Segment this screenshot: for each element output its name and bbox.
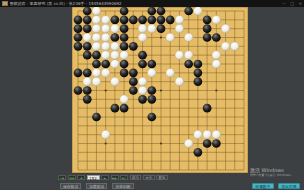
- white-stone: [138, 33, 147, 42]
- app-icon: [2, 1, 8, 7]
- nav-first-button[interactable]: |◄: [58, 175, 66, 181]
- white-stone: [83, 77, 92, 86]
- count-button[interactable]: 申请数子: [252, 183, 274, 189]
- black-stone: [83, 68, 92, 77]
- window-title: 围棋对弈 - 复盘研究 (黑 vs 白) - 第236手 - 154564499…: [10, 0, 278, 7]
- black-stone: [194, 77, 203, 86]
- load-record-button[interactable]: 加载棋谱: [86, 183, 107, 189]
- black-stone: [120, 15, 129, 24]
- black-stone: [74, 33, 83, 42]
- black-stone: [83, 51, 92, 60]
- black-stone: [194, 148, 203, 157]
- white-stone: [166, 68, 175, 77]
- black-stone: [129, 68, 138, 77]
- black-stone: [157, 7, 166, 15]
- minimize-icon[interactable]: —: [282, 0, 286, 7]
- black-stone: [129, 77, 138, 86]
- white-stone: [175, 77, 184, 86]
- star-point: [160, 36, 162, 38]
- white-stone: [212, 15, 221, 24]
- black-stone: [157, 15, 166, 24]
- right-panel: [248, 7, 304, 190]
- black-stone: [120, 33, 129, 42]
- delete-button[interactable]: 删除: [156, 175, 168, 181]
- black-stone: [138, 60, 147, 69]
- black-stone: [166, 15, 175, 24]
- black-stone: [120, 68, 129, 77]
- white-stone: [101, 42, 110, 51]
- white-stone: [101, 130, 110, 139]
- white-stone: [111, 24, 120, 33]
- white-stone: [92, 7, 101, 15]
- black-stone: [147, 60, 156, 69]
- white-stone: [92, 68, 101, 77]
- white-stone: [184, 139, 193, 148]
- white-stone: [138, 77, 147, 86]
- black-stone: [83, 15, 92, 24]
- white-stone: [175, 24, 184, 33]
- maximize-icon[interactable]: □: [290, 0, 294, 7]
- black-stone: [147, 113, 156, 122]
- star-point: [160, 142, 162, 144]
- black-stone: [74, 86, 83, 95]
- white-stone: [212, 60, 221, 69]
- white-stone: [194, 130, 203, 139]
- black-stone: [212, 139, 221, 148]
- black-stone: [147, 7, 156, 15]
- white-stone: [92, 42, 101, 51]
- white-stone: [221, 42, 230, 51]
- black-stone: [147, 95, 156, 104]
- watermark-line2: 转到“设置”以激活 Windows。: [250, 173, 304, 177]
- white-stone: [92, 24, 101, 33]
- variation-button[interactable]: 变化: [143, 175, 155, 181]
- white-stone: [120, 95, 129, 104]
- black-stone: [129, 15, 138, 24]
- white-stone: [175, 51, 184, 60]
- black-stone: [83, 95, 92, 104]
- black-stone: [74, 68, 83, 77]
- white-stone: [184, 51, 193, 60]
- black-stone: [120, 7, 129, 15]
- star-point: [215, 89, 217, 91]
- white-stone: [111, 77, 120, 86]
- black-stone: [129, 42, 138, 51]
- black-stone: [203, 104, 212, 113]
- white-stone: [138, 86, 147, 95]
- black-stone: [203, 33, 212, 42]
- white-stone: [230, 42, 239, 51]
- black-stone: [203, 24, 212, 33]
- black-stone: [74, 24, 83, 33]
- black-stone: [212, 33, 221, 42]
- white-stone: [147, 68, 156, 77]
- black-stone: [194, 60, 203, 69]
- black-stone: [83, 42, 92, 51]
- white-stone: [138, 24, 147, 33]
- white-stone: [92, 15, 101, 24]
- nav-last-button[interactable]: ►|: [120, 175, 128, 181]
- black-stone: [120, 104, 129, 113]
- white-stone: [101, 33, 110, 42]
- nav-forward-button[interactable]: ►: [101, 175, 109, 181]
- black-stone: [138, 51, 147, 60]
- black-stone: [120, 24, 129, 33]
- white-stone: [175, 15, 184, 24]
- action-toolbar: 保存棋谱 加载棋谱 形势判断 申请数子 退出对局: [60, 182, 304, 189]
- white-stone: [111, 60, 120, 69]
- black-stone: [111, 33, 120, 42]
- black-stone: [147, 15, 156, 24]
- black-stone: [83, 7, 92, 15]
- black-stone: [138, 95, 147, 104]
- white-stone: [212, 51, 221, 60]
- star-point: [105, 89, 107, 91]
- black-stone: [129, 86, 138, 95]
- white-stone: [101, 24, 110, 33]
- black-stone: [184, 7, 193, 15]
- go-board[interactable]: [72, 7, 248, 173]
- white-stone: [194, 7, 203, 15]
- navigation-toolbar: |◄ ◄◄ ◄ 152 ► ►► ►| 提示 变化 删除: [58, 174, 168, 181]
- white-stone: [184, 33, 193, 42]
- black-stone: [184, 60, 193, 69]
- white-stone: [111, 51, 120, 60]
- exit-game-button[interactable]: 退出对局: [278, 183, 300, 189]
- black-stone: [203, 15, 212, 24]
- white-stone: [92, 33, 101, 42]
- white-stone: [203, 130, 212, 139]
- windows-activation-watermark: 激活 Windows 转到“设置”以激活 Windows。: [250, 167, 304, 177]
- black-stone: [92, 113, 101, 122]
- black-stone: [101, 60, 110, 69]
- black-stone: [147, 86, 156, 95]
- star-point: [160, 89, 162, 91]
- black-stone: [138, 15, 147, 24]
- white-stone: [147, 24, 156, 33]
- white-stone: [111, 42, 120, 51]
- nav-forward10-button[interactable]: ►►: [111, 175, 119, 181]
- move-counter-field[interactable]: 152: [87, 175, 100, 181]
- app-window: 围棋对弈 - 复盘研究 (黑 vs 白) - 第236手 - 154564499…: [0, 0, 304, 190]
- white-stone: [101, 51, 110, 60]
- nav-back-button[interactable]: ◄: [77, 175, 85, 181]
- white-stone: [120, 51, 129, 60]
- white-stone: [166, 33, 175, 42]
- black-stone: [111, 15, 120, 24]
- white-stone: [101, 68, 110, 77]
- black-stone: [74, 42, 83, 51]
- black-stone: [92, 51, 101, 60]
- star-point: [105, 142, 107, 144]
- white-stone: [221, 24, 230, 33]
- black-stone: [120, 42, 129, 51]
- hint-button[interactable]: 提示: [130, 175, 142, 181]
- black-stone: [111, 104, 120, 113]
- black-stone: [83, 86, 92, 95]
- black-stone: [194, 68, 203, 77]
- black-stone: [157, 24, 166, 33]
- white-stone: [212, 130, 221, 139]
- white-stone: [83, 33, 92, 42]
- white-stone: [92, 77, 101, 86]
- black-stone: [203, 139, 212, 148]
- black-stone: [92, 60, 101, 69]
- black-stone: [74, 15, 83, 24]
- estimate-button[interactable]: 形势判断: [112, 183, 133, 189]
- left-panel: [0, 7, 72, 190]
- nav-back10-button[interactable]: ◄◄: [68, 175, 76, 181]
- black-stone: [120, 60, 129, 69]
- title-bar: 围棋对弈 - 复盘研究 (黑 vs 白) - 第236手 - 154564499…: [0, 0, 304, 7]
- close-icon[interactable]: ✕: [299, 0, 302, 7]
- save-record-button[interactable]: 保存棋谱: [60, 183, 81, 189]
- black-stone: [83, 24, 92, 33]
- white-stone: [101, 15, 110, 24]
